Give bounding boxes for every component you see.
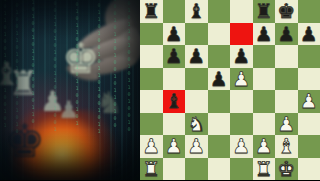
piece-white-rook[interactable]: ♜ [255,158,273,178]
square-g5[interactable] [275,68,298,91]
square-c7[interactable] [185,23,208,46]
square-h5[interactable] [298,68,320,91]
square-c1[interactable] [185,158,208,181]
square-e3[interactable] [230,113,253,136]
square-g3[interactable]: ♟ [275,113,298,136]
square-b2[interactable]: ♟ [163,135,186,158]
piece-black-pawn[interactable]: ♟ [255,23,273,43]
square-c4[interactable] [185,90,208,113]
square-b5[interactable] [163,68,186,91]
square-e2[interactable]: ♟ [230,135,253,158]
piece-white-rook[interactable]: ♜ [142,158,160,178]
chess-board: ♜♝♜♚♟♟♟♟♟♟♟♟♟♝♟♞♟♟♟♟♟♟♝♜♜♚ [140,0,320,180]
piece-black-bishop[interactable]: ♝ [187,1,205,21]
square-c2[interactable]: ♟ [185,135,208,158]
square-d2[interactable] [208,135,231,158]
square-f4[interactable] [253,90,276,113]
piece-white-bishop[interactable]: ♝ [277,136,295,156]
square-h2[interactable] [298,135,320,158]
square-c8[interactable]: ♝ [185,0,208,23]
square-e5[interactable]: ♟ [230,68,253,91]
piece-white-king[interactable]: ♚ [277,158,295,178]
piece-white-pawn[interactable]: ♟ [232,136,250,156]
square-b1[interactable] [163,158,186,181]
piece-black-king[interactable]: ♚ [277,1,295,21]
square-h6[interactable] [298,45,320,68]
piece-white-pawn[interactable]: ♟ [142,136,160,156]
square-a7[interactable] [140,23,163,46]
square-c6[interactable]: ♟ [185,45,208,68]
vignette-overlay [0,0,140,180]
square-d5[interactable]: ♟ [208,68,231,91]
square-b6[interactable]: ♟ [163,45,186,68]
square-a2[interactable]: ♟ [140,135,163,158]
square-h4[interactable]: ♟ [298,90,320,113]
square-f1[interactable]: ♜ [253,158,276,181]
square-f2[interactable]: ♟ [253,135,276,158]
square-e8[interactable] [230,0,253,23]
square-c3[interactable]: ♞ [185,113,208,136]
square-b8[interactable] [163,0,186,23]
piece-black-rook[interactable]: ♜ [142,1,160,21]
square-c5[interactable] [185,68,208,91]
square-g2[interactable]: ♝ [275,135,298,158]
square-e6[interactable]: ♟ [230,45,253,68]
piece-black-bishop[interactable]: ♝ [165,91,183,111]
square-f5[interactable] [253,68,276,91]
square-f3[interactable] [253,113,276,136]
square-e7[interactable] [230,23,253,46]
square-d7[interactable] [208,23,231,46]
square-b3[interactable] [163,113,186,136]
square-h1[interactable] [298,158,320,181]
square-a1[interactable]: ♜ [140,158,163,181]
square-a4[interactable] [140,90,163,113]
piece-white-pawn[interactable]: ♟ [277,113,295,133]
square-b4[interactable]: ♝ [163,90,186,113]
piece-black-pawn[interactable]: ♟ [187,46,205,66]
piece-black-pawn[interactable]: ♟ [232,46,250,66]
square-g1[interactable]: ♚ [275,158,298,181]
square-a3[interactable] [140,113,163,136]
square-d3[interactable] [208,113,231,136]
square-g7[interactable]: ♟ [275,23,298,46]
square-e4[interactable] [230,90,253,113]
square-b7[interactable]: ♟ [163,23,186,46]
square-g4[interactable] [275,90,298,113]
square-d4[interactable] [208,90,231,113]
photo-montage: ♚♜♝♟♟♞♚ 10110100101101001010100110101001… [0,0,140,180]
square-g6[interactable] [275,45,298,68]
piece-white-knight[interactable]: ♞ [187,113,205,133]
piece-white-pawn[interactable]: ♟ [187,136,205,156]
piece-white-pawn[interactable]: ♟ [165,136,183,156]
piece-black-pawn[interactable]: ♟ [165,23,183,43]
square-d6[interactable] [208,45,231,68]
piece-black-pawn[interactable]: ♟ [165,46,183,66]
square-h7[interactable]: ♟ [298,23,320,46]
piece-white-pawn[interactable]: ♟ [300,91,318,111]
square-d1[interactable] [208,158,231,181]
piece-black-pawn[interactable]: ♟ [277,23,295,43]
square-e1[interactable] [230,158,253,181]
square-h3[interactable] [298,113,320,136]
piece-black-rook[interactable]: ♜ [255,1,273,21]
piece-black-pawn[interactable]: ♟ [210,68,228,88]
square-d8[interactable] [208,0,231,23]
piece-white-pawn[interactable]: ♟ [232,68,250,88]
square-f7[interactable]: ♟ [253,23,276,46]
square-f8[interactable]: ♜ [253,0,276,23]
square-a6[interactable] [140,45,163,68]
square-a8[interactable]: ♜ [140,0,163,23]
square-g8[interactable]: ♚ [275,0,298,23]
square-h8[interactable] [298,0,320,23]
square-f6[interactable] [253,45,276,68]
square-a5[interactable] [140,68,163,91]
screenshot-root: ♚♜♝♟♟♞♚ 10110100101101001010100110101001… [0,0,320,180]
piece-white-pawn[interactable]: ♟ [255,136,273,156]
piece-black-pawn[interactable]: ♟ [300,23,318,43]
